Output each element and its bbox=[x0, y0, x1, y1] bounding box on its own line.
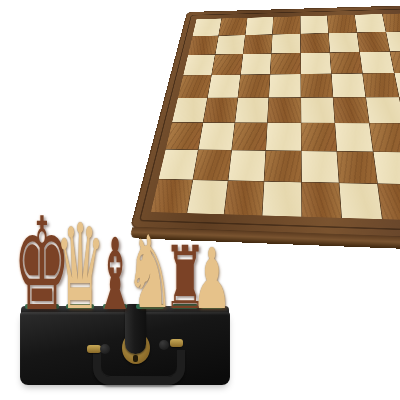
square-c5 bbox=[238, 75, 270, 98]
handle-mount-left bbox=[100, 344, 110, 354]
square-g3 bbox=[369, 123, 400, 152]
square-f2 bbox=[337, 151, 377, 183]
chess-set-product-photo: ♚ ♛ ♝ ♞ ♜ ♟ bbox=[0, 0, 400, 400]
square-d1 bbox=[263, 182, 301, 217]
square-a5 bbox=[178, 75, 211, 97]
brass-fitting-left bbox=[87, 345, 101, 353]
square-g6 bbox=[360, 52, 394, 73]
square-f5 bbox=[331, 74, 365, 97]
square-c8 bbox=[246, 17, 274, 35]
square-f1 bbox=[339, 183, 382, 219]
case-handle bbox=[93, 350, 185, 385]
square-d8 bbox=[273, 16, 300, 34]
brass-fitting-right bbox=[170, 339, 183, 347]
square-d7 bbox=[272, 34, 300, 53]
square-a3 bbox=[166, 122, 203, 149]
square-g4 bbox=[366, 97, 400, 123]
square-b6 bbox=[212, 54, 243, 75]
square-b1 bbox=[187, 180, 228, 214]
square-g1 bbox=[378, 184, 400, 220]
square-b3 bbox=[199, 123, 235, 150]
square-c4 bbox=[235, 98, 268, 123]
handle-mount-right bbox=[159, 340, 169, 350]
square-e1 bbox=[301, 182, 340, 218]
square-c6 bbox=[241, 54, 271, 75]
square-e6 bbox=[301, 53, 331, 74]
square-b4 bbox=[204, 98, 238, 122]
square-d3 bbox=[266, 123, 300, 151]
square-f4 bbox=[333, 97, 369, 122]
square-g2 bbox=[373, 152, 400, 184]
square-e2 bbox=[301, 151, 338, 182]
square-c2 bbox=[229, 150, 266, 181]
square-b7 bbox=[216, 35, 246, 54]
square-e7 bbox=[300, 33, 329, 53]
square-f3 bbox=[335, 123, 373, 151]
square-a7 bbox=[188, 36, 218, 55]
square-c3 bbox=[232, 123, 267, 150]
square-b5 bbox=[208, 75, 240, 97]
square-e4 bbox=[301, 97, 334, 122]
display-piece-pawn: ♟ bbox=[192, 237, 231, 321]
square-f8 bbox=[327, 15, 356, 33]
square-e8 bbox=[300, 16, 328, 34]
square-e3 bbox=[301, 123, 336, 151]
square-b2 bbox=[193, 150, 231, 180]
square-a6 bbox=[183, 55, 215, 75]
board-frame bbox=[130, 5, 400, 241]
square-a8 bbox=[193, 18, 222, 36]
square-c1 bbox=[225, 181, 264, 216]
square-f7 bbox=[329, 33, 360, 53]
square-h8 bbox=[382, 13, 400, 31]
square-g5 bbox=[363, 73, 399, 96]
square-d4 bbox=[268, 98, 301, 123]
square-a4 bbox=[172, 98, 207, 122]
square-e5 bbox=[301, 74, 333, 97]
square-d6 bbox=[271, 53, 301, 74]
square-f6 bbox=[330, 52, 362, 73]
square-a2 bbox=[159, 149, 198, 179]
square-a1 bbox=[151, 179, 193, 213]
square-g8 bbox=[355, 14, 386, 32]
square-c7 bbox=[243, 35, 272, 54]
square-g7 bbox=[357, 32, 389, 52]
square-d2 bbox=[265, 151, 301, 182]
square-d5 bbox=[269, 74, 300, 97]
square-b8 bbox=[219, 18, 247, 36]
